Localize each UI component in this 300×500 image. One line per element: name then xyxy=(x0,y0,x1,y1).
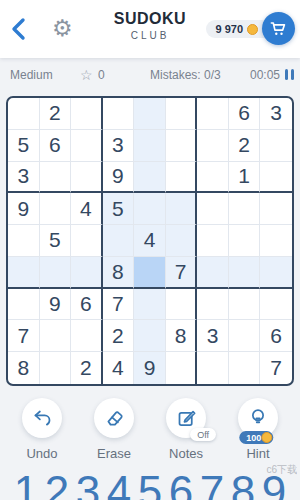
cell-r8c6[interactable]: 8 xyxy=(166,320,198,352)
numpad-6[interactable]: 6 xyxy=(166,470,196,500)
cell-r5c3[interactable] xyxy=(71,225,103,257)
cell-r2c8[interactable]: 2 xyxy=(229,130,261,162)
cell-r5c4[interactable] xyxy=(103,225,135,257)
shop-cart-icon xyxy=(269,19,288,38)
cell-r9c4[interactable]: 4 xyxy=(103,352,135,384)
numpad-1[interactable]: 1 xyxy=(11,470,41,500)
cell-r6c5[interactable] xyxy=(134,257,166,289)
cell-r9c6[interactable] xyxy=(166,352,198,384)
cell-r1c1[interactable] xyxy=(8,98,40,130)
hint-cost: 100 xyxy=(246,433,261,443)
undo-button[interactable]: Undo xyxy=(11,398,73,461)
cell-r7c6[interactable] xyxy=(166,289,198,321)
numpad: 123456789 xyxy=(0,470,300,500)
notes-label: Notes xyxy=(169,446,203,461)
cell-r7c9[interactable] xyxy=(260,289,292,321)
cell-r8c4[interactable]: 2 xyxy=(103,320,135,352)
numpad-2[interactable]: 2 xyxy=(42,470,72,500)
cell-r1c5[interactable] xyxy=(134,98,166,130)
cell-r9c7[interactable] xyxy=(197,352,229,384)
cell-r3c2[interactable] xyxy=(40,162,72,194)
numpad-8[interactable]: 8 xyxy=(228,470,258,500)
numpad-5[interactable]: 5 xyxy=(135,470,165,500)
cell-r6c8[interactable] xyxy=(229,257,261,289)
cell-r1c9[interactable]: 3 xyxy=(260,98,292,130)
cell-r9c5[interactable]: 9 xyxy=(134,352,166,384)
cell-r5c1[interactable] xyxy=(8,225,40,257)
cell-r2c5[interactable] xyxy=(134,130,166,162)
shop-button[interactable] xyxy=(262,12,295,45)
cell-r2c7[interactable] xyxy=(197,130,229,162)
cell-r7c2[interactable]: 9 xyxy=(40,289,72,321)
cell-r3c7[interactable] xyxy=(197,162,229,194)
cell-r1c8[interactable]: 6 xyxy=(229,98,261,130)
cell-r3c4[interactable]: 9 xyxy=(103,162,135,194)
watermark: c6下载 xyxy=(266,463,297,477)
cell-r6c6[interactable]: 7 xyxy=(166,257,198,289)
cell-r5c8[interactable] xyxy=(229,225,261,257)
cell-r4c3[interactable]: 4 xyxy=(71,193,103,225)
cell-r6c4[interactable]: 8 xyxy=(103,257,135,289)
cell-r1c3[interactable] xyxy=(71,98,103,130)
toolbar: Undo Erase Off Notes xyxy=(0,398,300,461)
cell-r3c8[interactable]: 1 xyxy=(229,162,261,194)
mistakes-label: Mistakes: 0/3 xyxy=(150,68,221,82)
hint-bulb-icon xyxy=(247,407,269,429)
hint-button[interactable]: 100 Hint xyxy=(227,398,289,461)
cell-r6c3[interactable] xyxy=(71,257,103,289)
sudoku-board: 263563239194554879677283682497 xyxy=(6,96,294,386)
cell-r8c9[interactable]: 6 xyxy=(260,320,292,352)
cell-r1c6[interactable] xyxy=(166,98,198,130)
cell-r9c3[interactable]: 2 xyxy=(71,352,103,384)
cell-r9c8[interactable] xyxy=(229,352,261,384)
cell-r7c8[interactable] xyxy=(229,289,261,321)
app-header: ⚙ SUDOKU CLUB 9 970 xyxy=(0,0,300,58)
star-count: 0 xyxy=(98,68,105,82)
cell-r2c9[interactable] xyxy=(260,130,292,162)
cell-r4c5[interactable] xyxy=(134,193,166,225)
hint-coin-icon xyxy=(261,432,272,443)
cell-r6c1[interactable] xyxy=(8,257,40,289)
cell-r3c9[interactable] xyxy=(260,162,292,194)
cell-r1c7[interactable] xyxy=(197,98,229,130)
cell-r8c8[interactable] xyxy=(229,320,261,352)
numpad-3[interactable]: 3 xyxy=(73,470,103,500)
cell-r5c6[interactable] xyxy=(166,225,198,257)
undo-icon xyxy=(32,408,53,429)
erase-label: Erase xyxy=(97,446,131,461)
cell-r2c6[interactable] xyxy=(166,130,198,162)
cell-r7c4[interactable]: 7 xyxy=(103,289,135,321)
cell-r5c9[interactable] xyxy=(260,225,292,257)
cell-r5c5[interactable]: 4 xyxy=(134,225,166,257)
notes-off-badge: Off xyxy=(190,428,216,441)
cell-r4c4[interactable]: 5 xyxy=(103,193,135,225)
cell-r6c7[interactable] xyxy=(197,257,229,289)
difficulty-label: Medium xyxy=(10,68,53,82)
timer-label: 00:05 xyxy=(250,68,280,82)
coin-amount: 9 970 xyxy=(215,23,243,35)
cell-r2c1[interactable]: 5 xyxy=(8,130,40,162)
cell-r4c2[interactable] xyxy=(40,193,72,225)
cell-r4c1[interactable]: 9 xyxy=(8,193,40,225)
cell-r3c6[interactable] xyxy=(166,162,198,194)
cell-r7c1[interactable] xyxy=(8,289,40,321)
cell-r7c7[interactable] xyxy=(197,289,229,321)
star-icon: ☆ xyxy=(80,67,93,83)
cell-r6c2[interactable] xyxy=(40,257,72,289)
eraser-icon xyxy=(104,408,125,429)
cell-r8c7[interactable]: 3 xyxy=(197,320,229,352)
cell-r3c1[interactable]: 3 xyxy=(8,162,40,194)
cell-r2c4[interactable]: 3 xyxy=(103,130,135,162)
cell-r1c4[interactable] xyxy=(103,98,135,130)
cell-r8c3[interactable] xyxy=(71,320,103,352)
erase-button[interactable]: Erase xyxy=(83,398,145,461)
notes-pencil-icon xyxy=(176,408,197,429)
cell-r4c9[interactable] xyxy=(260,193,292,225)
cell-r4c7[interactable] xyxy=(197,193,229,225)
cell-r1c2[interactable]: 2 xyxy=(40,98,72,130)
cell-r9c2[interactable] xyxy=(40,352,72,384)
numpad-4[interactable]: 4 xyxy=(104,470,134,500)
cell-r3c5[interactable] xyxy=(134,162,166,194)
cell-r8c5[interactable] xyxy=(134,320,166,352)
cell-r9c9[interactable]: 7 xyxy=(260,352,292,384)
status-bar: Medium ☆ 0 Mistakes: 0/3 00:05 xyxy=(0,60,300,90)
cell-r5c2[interactable]: 5 xyxy=(40,225,72,257)
cell-r8c1[interactable]: 7 xyxy=(8,320,40,352)
cell-r7c5[interactable] xyxy=(134,289,166,321)
cell-r6c9[interactable] xyxy=(260,257,292,289)
hint-label: Hint xyxy=(246,446,269,461)
cell-r8c2[interactable] xyxy=(40,320,72,352)
coin-icon xyxy=(247,24,258,35)
cell-r4c6[interactable] xyxy=(166,193,198,225)
cell-r7c3[interactable]: 6 xyxy=(71,289,103,321)
cell-r2c2[interactable]: 6 xyxy=(40,130,72,162)
hint-cost-badge: 100 xyxy=(239,431,273,444)
cell-r5c7[interactable] xyxy=(197,225,229,257)
cell-r2c3[interactable] xyxy=(71,130,103,162)
pause-button[interactable] xyxy=(285,69,294,80)
cell-r3c3[interactable] xyxy=(71,162,103,194)
undo-label: Undo xyxy=(26,446,57,461)
cell-r4c8[interactable] xyxy=(229,193,261,225)
notes-button[interactable]: Off Notes xyxy=(155,398,217,461)
numpad-7[interactable]: 7 xyxy=(197,470,227,500)
cell-r9c1[interactable]: 8 xyxy=(8,352,40,384)
